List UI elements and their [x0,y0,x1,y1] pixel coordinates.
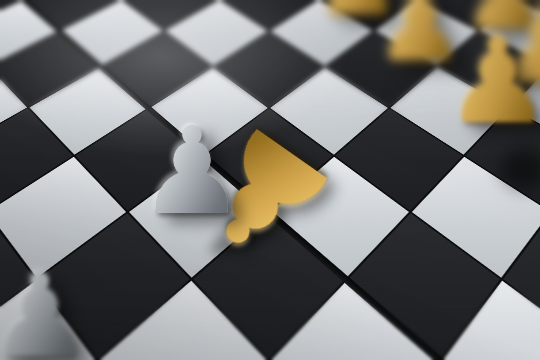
silver-pawn-glyph-metallic: ♟ [0,259,92,360]
silver-pawn-glyph-metallic: ♟ [138,112,246,232]
chessboard-photo-stage: ♟♟♟♟♟♟♟♟♟♟♟♟♟♟♟♟ [0,0,540,360]
silver-pawn-corner[interactable]: ♟♟ [0,259,92,360]
gold-pawn-near[interactable]: ♟♟ [445,22,540,140]
silver-pawn-standing[interactable]: ♟♟ [138,112,246,232]
gold-pawn-glyph-metallic: ♟ [445,22,540,140]
